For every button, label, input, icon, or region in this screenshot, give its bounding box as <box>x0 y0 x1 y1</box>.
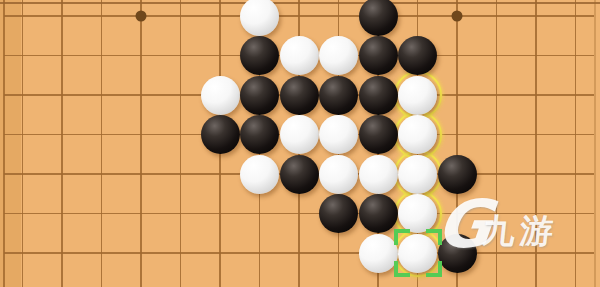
gomoku-game-screen: G 九游 <box>0 0 600 287</box>
white-stone <box>240 155 279 194</box>
board-cell-7-8 <box>240 154 280 194</box>
black-stone <box>240 115 279 154</box>
black-stone <box>280 155 319 194</box>
board-cell-11-8 <box>398 154 438 194</box>
board-cell-7-7 <box>240 115 280 155</box>
black-stone <box>359 0 398 36</box>
gomoku-board[interactable] <box>3 0 596 273</box>
white-stone <box>280 36 319 75</box>
white-stone <box>398 76 437 115</box>
board-cell-11-5 <box>398 36 438 76</box>
black-stone <box>319 76 358 115</box>
black-stone <box>240 76 279 115</box>
black-stone <box>359 115 398 154</box>
white-stone <box>240 0 279 36</box>
black-stone <box>359 36 398 75</box>
white-stone <box>398 155 437 194</box>
board-cell-12-8 <box>437 154 477 194</box>
black-stone <box>398 36 437 75</box>
board-cell-7-6 <box>240 75 280 115</box>
black-stone <box>438 155 477 194</box>
black-stone <box>240 36 279 75</box>
board-cell-12-10 <box>437 233 477 273</box>
board-cell-6-7 <box>200 115 240 155</box>
board-cell-8-5 <box>279 36 319 76</box>
board-cell-10-7 <box>358 115 398 155</box>
white-stone <box>398 234 437 273</box>
white-stone <box>398 115 437 154</box>
board-cell-9-6 <box>319 75 359 115</box>
board-cell-8-6 <box>279 75 319 115</box>
white-stone <box>319 155 358 194</box>
board-cell-9-9 <box>319 194 359 234</box>
black-stone <box>319 194 358 233</box>
board-cell-11-10 <box>398 233 438 273</box>
board-cell-8-8 <box>279 154 319 194</box>
board-cell-10-5 <box>358 36 398 76</box>
white-stone <box>359 234 398 273</box>
white-stone <box>201 76 240 115</box>
board-cell-10-6 <box>358 75 398 115</box>
board-cell-9-7 <box>319 115 359 155</box>
board-cell-11-9 <box>398 194 438 234</box>
black-stone <box>438 234 477 273</box>
board-cell-9-5 <box>319 36 359 76</box>
board-cell-10-4 <box>358 0 398 36</box>
white-stone <box>359 155 398 194</box>
black-stone <box>359 76 398 115</box>
white-stone <box>319 36 358 75</box>
board-cell-11-7 <box>398 115 438 155</box>
board-cell-10-9 <box>358 194 398 234</box>
board-cell-6-6 <box>200 75 240 115</box>
white-stone <box>398 194 437 233</box>
black-stone <box>280 76 319 115</box>
board-cell-9-8 <box>319 154 359 194</box>
board-cell-10-10 <box>358 233 398 273</box>
board-cell-7-5 <box>240 36 280 76</box>
black-stone <box>201 115 240 154</box>
board-cell-8-7 <box>279 115 319 155</box>
board-cell-7-4 <box>240 0 280 36</box>
white-stone <box>319 115 358 154</box>
black-stone <box>359 194 398 233</box>
board-cell-10-8 <box>358 154 398 194</box>
board-cell-11-6 <box>398 75 438 115</box>
white-stone <box>280 115 319 154</box>
